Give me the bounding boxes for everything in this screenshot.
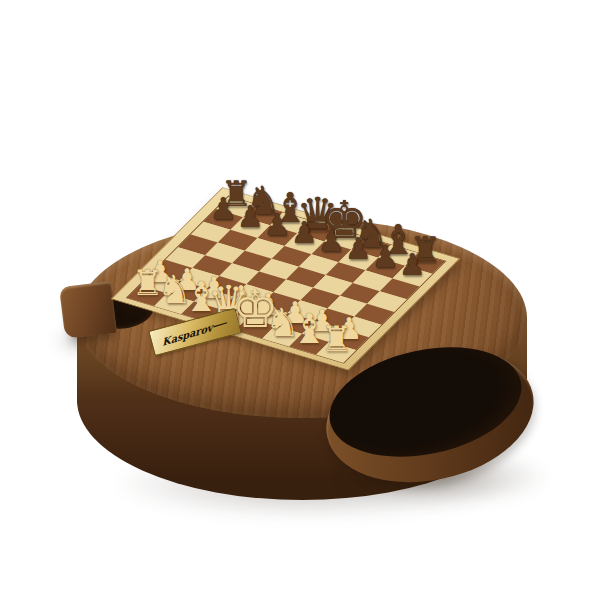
black-knight: ♞ xyxy=(245,181,280,220)
black-queen: ♛ xyxy=(296,190,338,237)
black-bishop: ♝ xyxy=(272,187,309,228)
product-photo: ♜♞♝♛♚♞♝♜♟♟♟♟♟♟♟♟♟♟♟♟♟♟♟♟♜♞♝♛♚♞♝♜ Kasparo… xyxy=(0,0,600,600)
left-drawer xyxy=(59,281,117,339)
black-rook: ♜ xyxy=(220,176,251,211)
